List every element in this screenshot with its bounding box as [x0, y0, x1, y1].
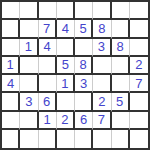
cell-r8c6[interactable] — [93, 130, 111, 148]
cell-r6c7-given: 5 — [112, 93, 130, 111]
cell-r7c8[interactable] — [130, 112, 148, 130]
cell-r6c2-given: 3 — [20, 93, 38, 111]
cell-r2c5-given: 5 — [75, 20, 93, 38]
cell-r1c2[interactable] — [20, 2, 38, 20]
cell-r8c7[interactable] — [112, 130, 130, 148]
cell-r8c3[interactable] — [39, 130, 57, 148]
cell-r4c6[interactable] — [93, 57, 111, 75]
cell-r1c4[interactable] — [57, 2, 75, 20]
cell-r4c3[interactable] — [39, 57, 57, 75]
cell-r5c2[interactable] — [20, 75, 38, 93]
cell-r2c2[interactable] — [20, 20, 38, 38]
cell-r1c3[interactable] — [39, 2, 57, 20]
cell-r3c4[interactable] — [57, 39, 75, 57]
cell-r7c4-given: 2 — [57, 112, 75, 130]
puzzle-board: 745814381582413736251267 — [0, 0, 150, 150]
cell-r6c6-given: 2 — [93, 93, 111, 111]
cell-r7c7[interactable] — [112, 112, 130, 130]
cell-r5c5-given: 3 — [75, 75, 93, 93]
cell-r4c7[interactable] — [112, 57, 130, 75]
cell-r2c4-given: 4 — [57, 20, 75, 38]
cell-r4c4-given: 5 — [57, 57, 75, 75]
cell-r2c7[interactable] — [112, 20, 130, 38]
cell-r7c6-given: 7 — [93, 112, 111, 130]
cell-r1c8[interactable] — [130, 2, 148, 20]
cell-r8c2[interactable] — [20, 130, 38, 148]
cell-r6c4[interactable] — [57, 93, 75, 111]
cell-r5c8-given: 7 — [130, 75, 148, 93]
cell-r3c3-given: 4 — [39, 39, 57, 57]
cell-r3c5[interactable] — [75, 39, 93, 57]
cell-r4c5-given: 8 — [75, 57, 93, 75]
cell-r6c8[interactable] — [130, 93, 148, 111]
cell-r1c1[interactable] — [2, 2, 20, 20]
cell-r6c3-given: 6 — [39, 93, 57, 111]
cell-r3c8[interactable] — [130, 39, 148, 57]
cell-r3c2-given: 1 — [20, 39, 38, 57]
cell-r8c4[interactable] — [57, 130, 75, 148]
cell-r2c3-given: 7 — [39, 20, 57, 38]
cell-r3c1[interactable] — [2, 39, 20, 57]
cell-r1c5[interactable] — [75, 2, 93, 20]
cell-r4c1-given: 1 — [2, 57, 20, 75]
cell-r5c6[interactable] — [93, 75, 111, 93]
cell-r7c3-given: 1 — [39, 112, 57, 130]
cell-r8c8[interactable] — [130, 130, 148, 148]
cell-r7c1[interactable] — [2, 112, 20, 130]
cell-r2c8[interactable] — [130, 20, 148, 38]
cell-r5c4-given: 1 — [57, 75, 75, 93]
cell-r3c6-given: 3 — [93, 39, 111, 57]
cell-r4c8-given: 2 — [130, 57, 148, 75]
cell-r3c7-given: 8 — [112, 39, 130, 57]
cell-r8c1[interactable] — [2, 130, 20, 148]
cell-r6c5[interactable] — [75, 93, 93, 111]
cell-r5c7[interactable] — [112, 75, 130, 93]
cell-r1c7[interactable] — [112, 2, 130, 20]
cell-r6c1[interactable] — [2, 93, 20, 111]
cell-r8c5[interactable] — [75, 130, 93, 148]
cell-r5c1-given: 4 — [2, 75, 20, 93]
cell-r2c1[interactable] — [2, 20, 20, 38]
cell-r2c6-given: 8 — [93, 20, 111, 38]
cell-r7c2[interactable] — [20, 112, 38, 130]
cell-r7c5-given: 6 — [75, 112, 93, 130]
cell-r4c2[interactable] — [20, 57, 38, 75]
cell-r1c6[interactable] — [93, 2, 111, 20]
cell-r5c3[interactable] — [39, 75, 57, 93]
